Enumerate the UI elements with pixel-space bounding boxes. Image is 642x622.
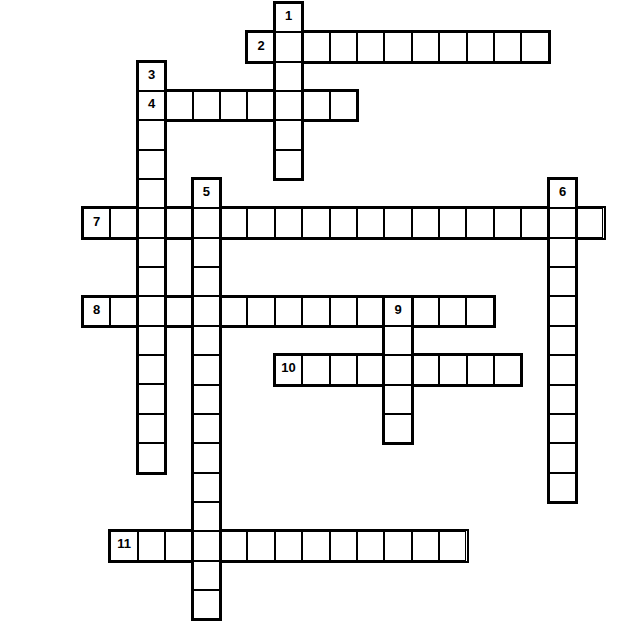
entry-11-across — [108, 529, 468, 562]
cell-r10-c7[interactable] — [275, 297, 302, 326]
cell-r12-c7[interactable] — [275, 355, 302, 384]
cell-r18-c11[interactable] — [384, 531, 411, 560]
entry-4-across — [136, 89, 359, 122]
cell-r10-c1[interactable] — [110, 297, 137, 326]
cell-r12-c15[interactable] — [494, 355, 521, 384]
cell-r3-c7[interactable] — [275, 91, 302, 120]
cell-r12-c2[interactable] — [138, 355, 165, 384]
cell-r13-c11[interactable] — [384, 385, 411, 414]
cell-r10-c13[interactable] — [439, 297, 466, 326]
cell-r10-c6[interactable] — [247, 297, 274, 326]
cell-r3-c3[interactable] — [165, 91, 192, 120]
cell-r8-c2[interactable] — [138, 238, 165, 267]
cell-r5-c7[interactable] — [275, 150, 302, 179]
cell-r10-c10[interactable] — [357, 297, 384, 326]
cell-r18-c12[interactable] — [412, 531, 439, 560]
cell-r10-c12[interactable] — [412, 297, 439, 326]
cell-r13-c17[interactable] — [549, 385, 576, 414]
cell-r12-c13[interactable] — [439, 355, 466, 384]
cell-r3-c5[interactable] — [220, 91, 247, 120]
cell-r18-c4[interactable] — [193, 531, 220, 560]
cell-r17-c4[interactable] — [193, 502, 220, 531]
cell-r10-c5[interactable] — [220, 297, 247, 326]
cell-r13-c4[interactable] — [193, 385, 220, 414]
cell-r1-c9[interactable] — [330, 32, 357, 61]
cell-r9-c4[interactable] — [193, 267, 220, 296]
cell-r4-c7[interactable] — [275, 120, 302, 149]
cell-r18-c6[interactable] — [247, 531, 274, 560]
cell-r7-c14[interactable] — [466, 208, 493, 237]
cell-r18-c2[interactable] — [138, 531, 165, 560]
cell-r6-c4[interactable] — [193, 179, 220, 208]
cell-r5-c2[interactable] — [138, 150, 165, 179]
cell-r12-c12[interactable] — [412, 355, 439, 384]
entry-6-down — [547, 177, 578, 504]
crossword-board: 1234567891011 — [0, 0, 642, 622]
cell-r1-c14[interactable] — [467, 32, 494, 61]
cell-r1-c10[interactable] — [357, 32, 384, 61]
cell-r12-c10[interactable] — [357, 355, 384, 384]
entry-9-down — [382, 295, 413, 446]
cell-r18-c3[interactable] — [165, 531, 192, 560]
cell-r11-c11[interactable] — [384, 326, 411, 355]
cell-r18-c8[interactable] — [302, 531, 329, 560]
cell-r10-c8[interactable] — [302, 297, 329, 326]
entry-5-down — [191, 177, 222, 621]
cell-r15-c2[interactable] — [138, 443, 165, 472]
cell-r16-c4[interactable] — [193, 473, 220, 502]
entry-1-down — [273, 1, 304, 181]
cell-r7-c11[interactable] — [384, 208, 411, 237]
cell-r0-c7[interactable] — [275, 3, 302, 32]
cell-r8-c17[interactable] — [549, 238, 576, 267]
cell-r13-c2[interactable] — [138, 384, 165, 413]
cell-r14-c2[interactable] — [138, 414, 165, 443]
cell-r18-c13[interactable] — [439, 531, 466, 560]
cell-r7-c15[interactable] — [494, 208, 521, 237]
cell-r18-c1[interactable] — [110, 531, 137, 560]
cell-r14-c4[interactable] — [193, 414, 220, 443]
cell-r18-c7[interactable] — [275, 531, 302, 560]
cell-r16-c17[interactable] — [549, 473, 576, 502]
cell-r11-c2[interactable] — [138, 326, 165, 355]
cell-r12-c9[interactable] — [330, 355, 357, 384]
cell-r7-c17[interactable] — [549, 208, 576, 237]
cell-r7-c4[interactable] — [193, 208, 220, 237]
cell-r12-c11[interactable] — [384, 355, 411, 384]
cell-r7-c6[interactable] — [247, 208, 274, 237]
cell-r7-c1[interactable] — [110, 208, 137, 237]
cell-r1-c7[interactable] — [275, 32, 302, 61]
cell-r3-c8[interactable] — [302, 91, 329, 120]
cell-r2-c7[interactable] — [275, 62, 302, 91]
cell-r10-c14[interactable] — [466, 297, 493, 326]
cell-r10-c4[interactable] — [193, 296, 220, 325]
cell-r3-c9[interactable] — [330, 91, 357, 120]
cell-r3-c2[interactable] — [138, 91, 165, 120]
cell-r15-c4[interactable] — [193, 443, 220, 472]
cell-r9-c2[interactable] — [138, 267, 165, 296]
entry-3-down — [136, 60, 167, 475]
cell-r14-c17[interactable] — [549, 414, 576, 443]
cell-r15-c17[interactable] — [549, 443, 576, 472]
cell-r10-c17[interactable] — [549, 296, 576, 325]
cell-r10-c9[interactable] — [330, 297, 357, 326]
cell-r10-c3[interactable] — [165, 297, 192, 326]
cell-r1-c12[interactable] — [412, 32, 439, 61]
cell-r11-c17[interactable] — [549, 326, 576, 355]
cell-r19-c4[interactable] — [193, 561, 220, 590]
cell-r1-c15[interactable] — [494, 32, 521, 61]
cell-r7-c13[interactable] — [439, 208, 466, 237]
cell-r10-c2[interactable] — [138, 296, 165, 325]
cell-r7-c2[interactable] — [138, 208, 165, 237]
cell-r14-c11[interactable] — [384, 414, 411, 443]
cell-r7-c18[interactable] — [576, 208, 603, 237]
cell-r6-c2[interactable] — [138, 179, 165, 208]
cell-r7-c12[interactable] — [412, 208, 439, 237]
cell-r18-c9[interactable] — [330, 531, 357, 560]
cell-r11-c4[interactable] — [193, 326, 220, 355]
cell-r12-c17[interactable] — [549, 355, 576, 384]
cell-r10-c11[interactable] — [384, 297, 411, 326]
cell-r7-c8[interactable] — [302, 208, 329, 237]
crossword-page: 1234567891011 — [0, 0, 642, 622]
cell-r1-c6[interactable] — [247, 32, 274, 61]
cell-r7-c3[interactable] — [165, 208, 192, 237]
cell-r10-c0[interactable] — [83, 297, 110, 326]
cell-r7-c10[interactable] — [357, 208, 384, 237]
cell-r3-c4[interactable] — [193, 91, 220, 120]
cell-r12-c8[interactable] — [302, 355, 329, 384]
cell-r7-c5[interactable] — [220, 208, 247, 237]
cell-r9-c17[interactable] — [549, 267, 576, 296]
cell-r1-c8[interactable] — [302, 32, 329, 61]
cell-r18-c5[interactable] — [220, 531, 247, 560]
cell-r8-c4[interactable] — [193, 238, 220, 267]
cell-r6-c17[interactable] — [549, 179, 576, 208]
cell-r12-c4[interactable] — [193, 355, 220, 384]
cell-r7-c9[interactable] — [330, 208, 357, 237]
cell-r7-c0[interactable] — [83, 208, 110, 237]
cell-r20-c4[interactable] — [193, 590, 220, 619]
cell-r18-c10[interactable] — [357, 531, 384, 560]
cell-r7-c16[interactable] — [521, 208, 548, 237]
cell-r1-c11[interactable] — [384, 32, 411, 61]
cell-r2-c2[interactable] — [138, 62, 165, 91]
cell-r7-c7[interactable] — [275, 208, 302, 237]
cell-r4-c2[interactable] — [138, 120, 165, 149]
cell-r3-c6[interactable] — [247, 91, 274, 120]
cell-r12-c14[interactable] — [467, 355, 494, 384]
cell-r1-c13[interactable] — [439, 32, 466, 61]
cell-r1-c16[interactable] — [521, 32, 548, 61]
